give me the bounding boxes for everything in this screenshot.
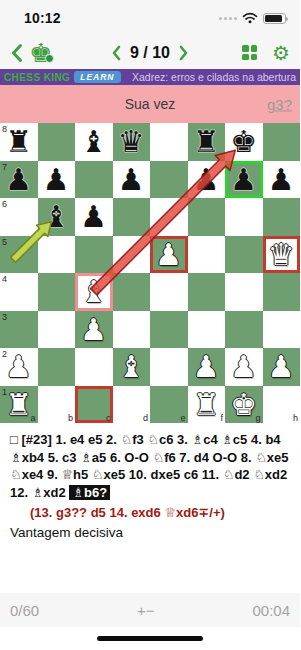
hint-move-link[interactable]: g3? [267, 96, 292, 113]
course-title: Xadrez: erros e ciladas na abertura [132, 71, 296, 83]
square-c5[interactable] [75, 236, 113, 274]
piece-black-rook: ♜ [5, 123, 32, 160]
piece-black-pawn: ♟ [193, 161, 220, 198]
rank-label-8: 8 [2, 124, 7, 134]
piece-white-pawn: ♟ [230, 348, 257, 385]
square-e1[interactable]: e [150, 386, 188, 424]
square-a6[interactable]: 6 [0, 198, 38, 236]
square-b5[interactable] [38, 236, 76, 274]
square-c2[interactable] [75, 348, 113, 386]
square-h6[interactable] [263, 198, 301, 236]
move-list: □ [#23] 1. e4 e5 2. ♘f3 ♘c6 3. ♗c4 ♗c5 4… [0, 423, 300, 541]
rank-label-4: 4 [2, 274, 7, 284]
square-h1[interactable]: h [263, 386, 301, 424]
square-e2[interactable] [150, 348, 188, 386]
piece-black-pawn: ♟ [80, 198, 107, 235]
square-e3[interactable] [150, 311, 188, 349]
square-c1[interactable]: c [75, 386, 113, 424]
your-move-label: Sua vez [125, 96, 176, 112]
score-counter: 0/60 [10, 602, 39, 619]
square-e5[interactable]: ♟ [150, 236, 188, 274]
square-f5[interactable] [188, 236, 226, 274]
variation-line: (13. g3?? d5 14. exd6 ♕xd6∓/+) [10, 504, 290, 521]
square-g4[interactable] [225, 273, 263, 311]
home-indicator[interactable] [97, 636, 203, 641]
logo-badge-dot [45, 54, 54, 63]
status-icons [219, 12, 286, 24]
side-to-move-indicator: □ [#23] [10, 432, 55, 447]
file-label-e: e [180, 413, 185, 423]
piece-white-bishop: ♝ [80, 273, 107, 310]
course-banner: CHESS KING LEARN Xadrez: erros e ciladas… [0, 69, 300, 85]
square-h2[interactable]: ♟ [263, 348, 301, 386]
rank-label-2: 2 [2, 349, 7, 359]
prompt-bar: Sua vez g3? [0, 85, 300, 123]
rank-label-5: 5 [2, 237, 7, 247]
bottom-bar: 0/60 +− 00:04 [0, 593, 300, 627]
file-label-h: h [293, 413, 298, 423]
piece-white-rook: ♜ [5, 386, 32, 423]
puzzle-grid-icon[interactable] [242, 45, 257, 60]
square-a4[interactable]: 4 [0, 273, 38, 311]
square-a7[interactable]: 7♟ [0, 161, 38, 199]
piece-white-bishop: ♝ [118, 348, 145, 385]
square-g2[interactable]: ♟ [225, 348, 263, 386]
square-g3[interactable] [225, 311, 263, 349]
square-a2[interactable]: 2♟ [0, 348, 38, 386]
piece-black-queen: ♛ [118, 123, 145, 160]
piece-white-pawn: ♟ [5, 348, 32, 385]
chess-king-logo[interactable]: ♚ [29, 40, 52, 66]
square-g1[interactable]: g♚ [225, 386, 263, 424]
square-h4[interactable] [263, 273, 301, 311]
square-b8[interactable] [38, 123, 76, 161]
brand-label: CHESS KING [4, 72, 70, 83]
square-a1[interactable]: 1a♜ [0, 386, 38, 424]
square-b6[interactable]: ♝ [38, 198, 76, 236]
square-e6[interactable] [150, 198, 188, 236]
piece-black-king: ♚ [230, 123, 257, 160]
file-label-b: b [68, 413, 73, 423]
piece-black-pawn: ♟ [230, 161, 257, 198]
prev-puzzle-icon[interactable] [111, 45, 121, 61]
square-h7[interactable]: ♟ [263, 161, 301, 199]
highlighted-move[interactable]: ♗b6? [69, 485, 110, 500]
learn-badge: LEARN [74, 71, 120, 83]
board-area: 8♜♝♛♜♚7♟♟♟♟♟♟6♝♟5♟♛4♝3♟2♟♝♟♟♟1a♜bcdef♜g♚… [0, 123, 300, 423]
file-label-f: f [220, 413, 223, 423]
piece-black-rook: ♜ [193, 123, 220, 160]
square-g6[interactable] [225, 198, 263, 236]
square-d3[interactable] [113, 311, 151, 349]
square-b2[interactable] [38, 348, 76, 386]
clock-time: 10:12 [24, 10, 61, 26]
square-f6[interactable] [188, 198, 226, 236]
rank-label-6: 6 [2, 199, 7, 209]
square-f1[interactable]: f♜ [188, 386, 226, 424]
square-d2[interactable]: ♝ [113, 348, 151, 386]
piece-black-bishop: ♝ [43, 198, 70, 235]
rank-label-7: 7 [2, 162, 7, 172]
square-a5[interactable]: 5 [0, 236, 38, 274]
piece-black-pawn: ♟ [43, 161, 70, 198]
square-h3[interactable] [263, 311, 301, 349]
square-d6[interactable] [113, 198, 151, 236]
square-c8[interactable]: ♝ [75, 123, 113, 161]
piece-white-pawn: ♟ [193, 348, 220, 385]
square-f7[interactable]: ♟ [188, 161, 226, 199]
square-g5[interactable] [225, 236, 263, 274]
settings-gear-icon[interactable]: ⚙ [272, 43, 290, 63]
back-chevron-icon[interactable] [10, 43, 23, 63]
square-d5[interactable] [113, 236, 151, 274]
piece-black-pawn: ♟ [268, 161, 295, 198]
square-g7[interactable]: ♟ [225, 161, 263, 199]
piece-white-rook: ♜ [193, 386, 220, 423]
square-d8[interactable]: ♛ [113, 123, 151, 161]
plus-minus-control[interactable]: +− [137, 602, 155, 619]
file-label-d: d [143, 413, 148, 423]
piece-white-pawn: ♟ [268, 348, 295, 385]
file-label-g: g [255, 413, 260, 423]
piece-white-king: ♚ [230, 386, 257, 423]
square-g8[interactable]: ♚ [225, 123, 263, 161]
next-puzzle-icon[interactable] [179, 45, 189, 61]
square-d7[interactable]: ♟ [113, 161, 151, 199]
file-label-a: a [30, 413, 35, 423]
square-h8[interactable] [263, 123, 301, 161]
cellular-signal-icon [219, 17, 237, 20]
rank-label-3: 3 [2, 312, 7, 322]
puzzle-pager: 9 / 10 [111, 44, 189, 62]
piece-white-queen: ♛ [268, 236, 295, 273]
square-c4[interactable]: ♝ [75, 273, 113, 311]
square-b4[interactable] [38, 273, 76, 311]
square-c3[interactable]: ♟ [75, 311, 113, 349]
battery-icon [263, 13, 286, 24]
file-label-c: c [106, 413, 111, 423]
piece-white-pawn: ♟ [80, 311, 107, 348]
square-c6[interactable]: ♟ [75, 198, 113, 236]
piece-black-bishop: ♝ [80, 123, 107, 160]
nav-bar: ♚ 9 / 10 ⚙ [0, 36, 300, 69]
square-f4[interactable] [188, 273, 226, 311]
square-d4[interactable] [113, 273, 151, 311]
rank-label-1: 1 [2, 387, 7, 397]
square-b7[interactable]: ♟ [38, 161, 76, 199]
square-d1[interactable]: d [113, 386, 151, 424]
app-screen: 10:12 ♚ 9 / 10 [0, 0, 300, 650]
square-f2[interactable]: ♟ [188, 348, 226, 386]
square-e8[interactable] [150, 123, 188, 161]
square-e4[interactable] [150, 273, 188, 311]
chess-board: 8♜♝♛♜♚7♟♟♟♟♟♟6♝♟5♟♛4♝3♟2♟♝♟♟♟1a♜bcdef♜g♚… [0, 123, 300, 423]
square-h5[interactable]: ♛ [263, 236, 301, 274]
puzzle-counter: 9 / 10 [130, 44, 170, 62]
status-bar: 10:12 [0, 0, 300, 36]
timer: 00:04 [252, 602, 290, 619]
square-f8[interactable]: ♜ [188, 123, 226, 161]
square-a3[interactable]: 3 [0, 311, 38, 349]
square-e7[interactable] [150, 161, 188, 199]
square-b1[interactable]: b [38, 386, 76, 424]
assessment-text: Vantagem decisiva [10, 524, 290, 541]
square-a8[interactable]: 8♜ [0, 123, 38, 161]
wifi-icon [242, 12, 258, 24]
piece-black-pawn: ♟ [118, 161, 145, 198]
piece-white-pawn: ♟ [155, 236, 182, 273]
square-c7[interactable] [75, 161, 113, 199]
square-f3[interactable] [188, 311, 226, 349]
square-b3[interactable] [38, 311, 76, 349]
piece-black-pawn: ♟ [5, 161, 32, 198]
